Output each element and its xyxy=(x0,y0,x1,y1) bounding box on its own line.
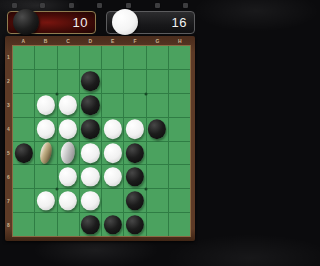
toolbar-icon-3[interactable] xyxy=(69,3,74,8)
cell-D5[interactable] xyxy=(80,142,101,165)
cell-E1[interactable] xyxy=(102,46,123,69)
cell-C5[interactable] xyxy=(58,142,79,165)
row-label-4: 4 xyxy=(5,117,12,141)
black-disc-icon xyxy=(13,9,39,35)
black-disc xyxy=(126,143,144,163)
cell-G6[interactable] xyxy=(147,165,168,188)
white-disc xyxy=(59,95,77,115)
cell-A5[interactable] xyxy=(13,142,34,165)
cell-H6[interactable] xyxy=(169,165,190,188)
black-disc xyxy=(81,119,99,139)
white-disc xyxy=(103,167,121,187)
black-disc xyxy=(14,143,32,163)
cell-H4[interactable] xyxy=(169,118,190,141)
toolbar-icon-1[interactable] xyxy=(12,3,17,8)
row-label-1: 1 xyxy=(5,45,12,69)
black-disc xyxy=(81,71,99,91)
cell-B4[interactable] xyxy=(35,118,56,141)
cell-C4[interactable] xyxy=(58,118,79,141)
cell-A2[interactable] xyxy=(13,70,34,93)
white-score: 16 xyxy=(172,12,187,33)
cell-D7[interactable] xyxy=(80,189,101,212)
cell-G3[interactable] xyxy=(147,94,168,117)
star-point xyxy=(56,92,59,95)
cell-C1[interactable] xyxy=(58,46,79,69)
black-disc xyxy=(81,215,99,235)
cell-B3[interactable] xyxy=(35,94,56,117)
cell-G1[interactable] xyxy=(147,46,168,69)
cell-A8[interactable] xyxy=(13,213,34,236)
cell-H7[interactable] xyxy=(169,189,190,212)
toolbar-icon-7[interactable] xyxy=(183,3,188,8)
cell-B6[interactable] xyxy=(35,165,56,188)
column-label-H: H xyxy=(169,36,191,45)
cell-D2[interactable] xyxy=(80,70,101,93)
cell-A4[interactable] xyxy=(13,118,34,141)
column-label-B: B xyxy=(34,36,56,45)
white-disc xyxy=(37,119,55,139)
cell-H1[interactable] xyxy=(169,46,190,69)
flipping-disc xyxy=(60,141,77,165)
column-label-F: F xyxy=(124,36,146,45)
cell-D3[interactable] xyxy=(80,94,101,117)
star-point xyxy=(56,187,59,190)
cell-F8[interactable] xyxy=(124,213,145,236)
white-disc xyxy=(59,167,77,187)
board-grid-frame xyxy=(12,45,191,237)
cell-G5[interactable] xyxy=(147,142,168,165)
cell-E4[interactable] xyxy=(102,118,123,141)
black-disc xyxy=(126,215,144,235)
cell-G8[interactable] xyxy=(147,213,168,236)
cell-F7[interactable] xyxy=(124,189,145,212)
row-label-3: 3 xyxy=(5,93,12,117)
cell-A3[interactable] xyxy=(13,94,34,117)
cell-B2[interactable] xyxy=(35,70,56,93)
toolbar-icon-4[interactable] xyxy=(97,3,102,8)
cell-A1[interactable] xyxy=(13,46,34,69)
cell-G4[interactable] xyxy=(147,118,168,141)
cell-F3[interactable] xyxy=(124,94,145,117)
black-disc xyxy=(126,191,144,211)
row-label-8: 8 xyxy=(5,213,12,237)
black-disc xyxy=(126,167,144,187)
star-point xyxy=(144,92,147,95)
cell-D8[interactable] xyxy=(80,213,101,236)
othello-board: ABCDEFGH 12345678 xyxy=(5,36,195,241)
cell-A7[interactable] xyxy=(13,189,34,212)
row-label-7: 7 xyxy=(5,189,12,213)
column-label-D: D xyxy=(79,36,101,45)
white-disc xyxy=(81,143,99,163)
row-label-2: 2 xyxy=(5,69,12,93)
cell-E3[interactable] xyxy=(102,94,123,117)
toolbar-icon-2[interactable] xyxy=(40,3,45,8)
cell-E6[interactable] xyxy=(102,165,123,188)
cell-E8[interactable] xyxy=(102,213,123,236)
cell-C8[interactable] xyxy=(58,213,79,236)
column-label-C: C xyxy=(57,36,79,45)
cell-F5[interactable] xyxy=(124,142,145,165)
white-disc xyxy=(81,167,99,187)
cell-H5[interactable] xyxy=(169,142,190,165)
cell-A6[interactable] xyxy=(13,165,34,188)
cell-H8[interactable] xyxy=(169,213,190,236)
white-disc xyxy=(103,143,121,163)
cell-H2[interactable] xyxy=(169,70,190,93)
cell-C7[interactable] xyxy=(58,189,79,212)
cell-D6[interactable] xyxy=(80,165,101,188)
column-labels: ABCDEFGH xyxy=(12,36,191,45)
cell-F6[interactable] xyxy=(124,165,145,188)
toolbar-icon-6[interactable] xyxy=(155,3,160,8)
cell-H3[interactable] xyxy=(169,94,190,117)
cell-C3[interactable] xyxy=(58,94,79,117)
cell-F2[interactable] xyxy=(124,70,145,93)
black-score: 10 xyxy=(73,12,88,33)
cell-B7[interactable] xyxy=(35,189,56,212)
cell-E2[interactable] xyxy=(102,70,123,93)
white-disc xyxy=(59,119,77,139)
cell-G2[interactable] xyxy=(147,70,168,93)
white-disc xyxy=(103,119,121,139)
column-label-G: G xyxy=(146,36,168,45)
row-labels: 12345678 xyxy=(5,45,12,237)
white-disc xyxy=(37,191,55,211)
row-label-5: 5 xyxy=(5,141,12,165)
cell-E5[interactable] xyxy=(102,142,123,165)
black-disc xyxy=(81,95,99,115)
cell-G7[interactable] xyxy=(147,189,168,212)
star-point xyxy=(144,187,147,190)
black-disc xyxy=(148,119,166,139)
cell-C6[interactable] xyxy=(58,165,79,188)
column-label-E: E xyxy=(102,36,124,45)
cell-B5[interactable] xyxy=(35,142,56,165)
white-score-panel: 16 xyxy=(106,11,195,34)
cell-D1[interactable] xyxy=(80,46,101,69)
row-label-6: 6 xyxy=(5,165,12,189)
cell-B1[interactable] xyxy=(35,46,56,69)
white-disc xyxy=(81,191,99,211)
board-grid xyxy=(13,46,190,236)
cell-F4[interactable] xyxy=(124,118,145,141)
cell-C2[interactable] xyxy=(58,70,79,93)
toolbar-icon-5[interactable] xyxy=(126,3,131,8)
flipping-disc xyxy=(38,141,53,165)
white-disc xyxy=(59,191,77,211)
top-toolbar xyxy=(0,0,200,10)
cell-D4[interactable] xyxy=(80,118,101,141)
cell-F1[interactable] xyxy=(124,46,145,69)
cell-B8[interactable] xyxy=(35,213,56,236)
cell-E7[interactable] xyxy=(102,189,123,212)
black-disc xyxy=(103,215,121,235)
white-disc xyxy=(37,95,55,115)
white-disc-icon xyxy=(112,9,138,35)
column-label-A: A xyxy=(12,36,34,45)
white-disc xyxy=(126,119,144,139)
black-score-panel: 10 xyxy=(7,11,96,34)
